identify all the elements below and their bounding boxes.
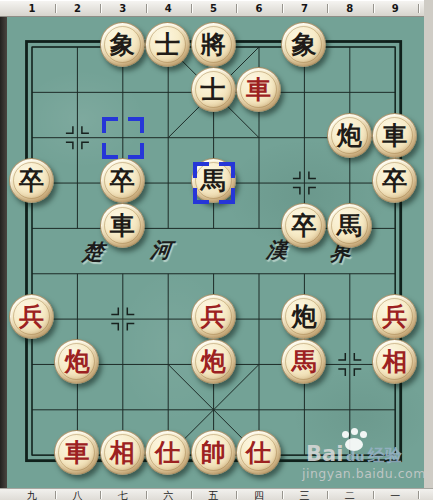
header-tick <box>327 4 329 13</box>
header-label: 三 <box>299 489 309 500</box>
piece-glyph: 炮 <box>282 295 325 338</box>
header-tick <box>100 4 102 13</box>
piece-black-elephant[interactable]: 象 <box>100 22 145 67</box>
header-label: 7 <box>301 2 308 15</box>
header-label: 二 <box>345 489 355 500</box>
header-label: 3 <box>119 2 126 15</box>
piece-red-cannon[interactable]: 炮 <box>191 339 236 384</box>
header-label: 6 <box>256 2 263 15</box>
left-border-band <box>0 15 7 488</box>
header-tick <box>236 4 238 13</box>
piece-red-elephant[interactable]: 相 <box>100 430 145 475</box>
header-tick <box>236 491 238 499</box>
piece-black-chariot[interactable]: 車 <box>100 203 145 248</box>
piece-glyph: 將 <box>192 23 235 66</box>
piece-red-chariot[interactable]: 車 <box>236 67 281 112</box>
piece-glyph: 兵 <box>373 295 416 338</box>
header-tick <box>418 491 420 499</box>
header-tick <box>191 4 193 13</box>
column-header-bottom: 九八七六五四三二一 <box>0 488 433 500</box>
piece-glyph: 帥 <box>192 431 235 474</box>
piece-black-advisor[interactable]: 士 <box>191 67 236 112</box>
right-border-band <box>424 0 433 500</box>
piece-glyph: 卒 <box>373 159 416 202</box>
piece-red-elephant[interactable]: 相 <box>372 339 417 384</box>
header-tick <box>146 4 148 13</box>
piece-glyph: 車 <box>101 204 144 247</box>
header-label: 四 <box>254 489 264 500</box>
header-label: 九 <box>27 489 37 500</box>
piece-glyph: 相 <box>101 431 144 474</box>
piece-black-soldier[interactable]: 卒 <box>100 158 145 203</box>
header-tick <box>373 491 375 499</box>
piece-red-advisor[interactable]: 仕 <box>145 430 190 475</box>
piece-black-soldier[interactable]: 卒 <box>281 203 326 248</box>
piece-black-general[interactable]: 將 <box>191 22 236 67</box>
header-tick <box>327 491 329 499</box>
piece-black-cannon[interactable]: 炮 <box>327 113 372 158</box>
piece-glyph: 士 <box>146 23 189 66</box>
piece-glyph: 仕 <box>146 431 189 474</box>
header-tick <box>418 4 420 13</box>
piece-glyph: 士 <box>192 68 235 111</box>
piece-red-general[interactable]: 帥 <box>191 430 236 475</box>
piece-glyph: 象 <box>101 23 144 66</box>
piece-black-horse[interactable]: 馬 <box>327 203 372 248</box>
piece-red-advisor[interactable]: 仕 <box>236 430 281 475</box>
piece-glyph: 象 <box>282 23 325 66</box>
header-label: 8 <box>346 2 353 15</box>
header-label: 5 <box>210 2 217 15</box>
header-label: 4 <box>165 2 172 15</box>
piece-red-soldier[interactable]: 兵 <box>191 294 236 339</box>
piece-glyph: 炮 <box>55 340 98 383</box>
piece-glyph: 兵 <box>192 295 235 338</box>
piece-glyph: 車 <box>55 431 98 474</box>
header-label: 七 <box>118 489 128 500</box>
header-tick <box>100 491 102 499</box>
header-label: 五 <box>209 489 219 500</box>
header-label: 9 <box>392 2 399 15</box>
header-tick <box>282 491 284 499</box>
piece-red-soldier[interactable]: 兵 <box>372 294 417 339</box>
header-tick <box>373 4 375 13</box>
header-tick <box>55 491 57 499</box>
header-tick <box>282 4 284 13</box>
piece-black-horse[interactable]: 馬 <box>191 158 236 203</box>
piece-glyph: 仕 <box>237 431 280 474</box>
piece-red-chariot[interactable]: 車 <box>54 430 99 475</box>
piece-glyph: 炮 <box>328 114 371 157</box>
header-tick <box>55 4 57 13</box>
piece-black-elephant[interactable]: 象 <box>281 22 326 67</box>
piece-glyph: 馬 <box>282 340 325 383</box>
piece-glyph: 卒 <box>282 204 325 247</box>
piece-red-cannon[interactable]: 炮 <box>54 339 99 384</box>
piece-glyph: 兵 <box>10 295 53 338</box>
header-label: 1 <box>29 2 36 15</box>
piece-black-advisor[interactable]: 士 <box>145 22 190 67</box>
piece-glyph: 馬 <box>328 204 371 247</box>
header-label: 八 <box>72 489 82 500</box>
piece-glyph: 炮 <box>192 340 235 383</box>
piece-red-horse[interactable]: 馬 <box>281 339 326 384</box>
piece-black-chariot[interactable]: 車 <box>372 113 417 158</box>
piece-glyph: 馬 <box>192 159 235 202</box>
header-tick <box>146 491 148 499</box>
header-label: 六 <box>163 489 173 500</box>
piece-black-soldier[interactable]: 卒 <box>372 158 417 203</box>
piece-black-cannon[interactable]: 炮 <box>281 294 326 339</box>
column-header-top: 123456789 <box>0 0 424 17</box>
header-label: 2 <box>74 2 81 15</box>
header-tick <box>191 491 193 499</box>
piece-glyph: 車 <box>237 68 280 111</box>
header-label: 一 <box>390 489 400 500</box>
piece-black-soldier[interactable]: 卒 <box>9 158 54 203</box>
piece-glyph: 車 <box>373 114 416 157</box>
piece-glyph: 相 <box>373 340 416 383</box>
piece-red-soldier[interactable]: 兵 <box>9 294 54 339</box>
xiangqi-board-screenshot: 楚 河 漢 界 象士將象士車炮車卒卒馬卒車卒馬兵兵炮兵炮炮馬相車相仕帥仕 123… <box>0 0 433 500</box>
piece-glyph: 卒 <box>101 159 144 202</box>
piece-glyph: 卒 <box>10 159 53 202</box>
